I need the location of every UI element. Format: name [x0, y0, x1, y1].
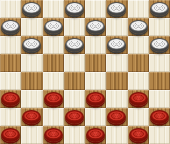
- square-r2c7[interactable]: [149, 36, 170, 54]
- square-r5c1[interactable]: [21, 90, 42, 108]
- square-r0c4[interactable]: [85, 0, 106, 18]
- square-r5c0[interactable]: [0, 90, 21, 108]
- square-r0c6[interactable]: [128, 0, 149, 18]
- square-r4c2[interactable]: [43, 72, 64, 90]
- square-r3c5[interactable]: [106, 54, 127, 72]
- square-r2c0[interactable]: [0, 36, 21, 54]
- red-piece[interactable]: [129, 92, 148, 106]
- white-piece[interactable]: [65, 2, 84, 16]
- square-r4c3[interactable]: [64, 72, 85, 90]
- red-piece[interactable]: [107, 110, 126, 124]
- square-r3c1[interactable]: [21, 54, 42, 72]
- square-r2c6[interactable]: [128, 36, 149, 54]
- white-piece[interactable]: [150, 2, 169, 16]
- square-r6c7[interactable]: [149, 108, 170, 126]
- square-r5c6[interactable]: [128, 90, 149, 108]
- square-r7c4[interactable]: [85, 126, 106, 144]
- red-piece[interactable]: [22, 110, 41, 124]
- square-r4c7[interactable]: [149, 72, 170, 90]
- square-r0c3[interactable]: [64, 0, 85, 18]
- square-r5c5[interactable]: [106, 90, 127, 108]
- square-r2c4[interactable]: [85, 36, 106, 54]
- square-r7c0[interactable]: [0, 126, 21, 144]
- square-r2c2[interactable]: [43, 36, 64, 54]
- white-piece[interactable]: [22, 2, 41, 16]
- red-piece[interactable]: [44, 128, 63, 142]
- red-piece[interactable]: [86, 128, 105, 142]
- square-r7c6[interactable]: [128, 126, 149, 144]
- red-piece[interactable]: [1, 92, 20, 106]
- square-r6c3[interactable]: [64, 108, 85, 126]
- square-r1c7[interactable]: [149, 18, 170, 36]
- white-piece[interactable]: [1, 20, 20, 34]
- square-r7c5[interactable]: [106, 126, 127, 144]
- square-r1c3[interactable]: [64, 18, 85, 36]
- square-r6c0[interactable]: [0, 108, 21, 126]
- square-r6c4[interactable]: [85, 108, 106, 126]
- square-r7c7[interactable]: [149, 126, 170, 144]
- square-r1c2[interactable]: [43, 18, 64, 36]
- square-r6c1[interactable]: [21, 108, 42, 126]
- red-piece[interactable]: [86, 92, 105, 106]
- square-r3c7[interactable]: [149, 54, 170, 72]
- white-piece[interactable]: [65, 38, 84, 52]
- square-r6c6[interactable]: [128, 108, 149, 126]
- square-r4c5[interactable]: [106, 72, 127, 90]
- square-r4c4[interactable]: [85, 72, 106, 90]
- square-r5c7[interactable]: [149, 90, 170, 108]
- red-piece[interactable]: [1, 128, 20, 142]
- white-piece[interactable]: [129, 20, 148, 34]
- square-r3c2[interactable]: [43, 54, 64, 72]
- square-r6c5[interactable]: [106, 108, 127, 126]
- checkers-board: [0, 0, 170, 144]
- white-piece[interactable]: [22, 38, 41, 52]
- square-r3c3[interactable]: [64, 54, 85, 72]
- white-piece[interactable]: [150, 38, 169, 52]
- square-r4c6[interactable]: [128, 72, 149, 90]
- square-r6c2[interactable]: [43, 108, 64, 126]
- square-r3c0[interactable]: [0, 54, 21, 72]
- red-piece[interactable]: [44, 92, 63, 106]
- red-piece[interactable]: [65, 110, 84, 124]
- square-r0c0[interactable]: [0, 0, 21, 18]
- square-r7c1[interactable]: [21, 126, 42, 144]
- white-piece[interactable]: [44, 20, 63, 34]
- red-piece[interactable]: [150, 110, 169, 124]
- square-r4c1[interactable]: [21, 72, 42, 90]
- white-piece[interactable]: [86, 20, 105, 34]
- square-r3c4[interactable]: [85, 54, 106, 72]
- square-r5c4[interactable]: [85, 90, 106, 108]
- white-piece[interactable]: [107, 2, 126, 16]
- square-r4c0[interactable]: [0, 72, 21, 90]
- square-r2c5[interactable]: [106, 36, 127, 54]
- square-r1c1[interactable]: [21, 18, 42, 36]
- square-r5c3[interactable]: [64, 90, 85, 108]
- square-r0c1[interactable]: [21, 0, 42, 18]
- square-r7c2[interactable]: [43, 126, 64, 144]
- square-r0c7[interactable]: [149, 0, 170, 18]
- square-r1c4[interactable]: [85, 18, 106, 36]
- square-r1c5[interactable]: [106, 18, 127, 36]
- square-r2c3[interactable]: [64, 36, 85, 54]
- square-r1c0[interactable]: [0, 18, 21, 36]
- square-r1c6[interactable]: [128, 18, 149, 36]
- square-r7c3[interactable]: [64, 126, 85, 144]
- square-r5c2[interactable]: [43, 90, 64, 108]
- red-piece[interactable]: [129, 128, 148, 142]
- square-r0c5[interactable]: [106, 0, 127, 18]
- square-r3c6[interactable]: [128, 54, 149, 72]
- square-r0c2[interactable]: [43, 0, 64, 18]
- square-r2c1[interactable]: [21, 36, 42, 54]
- white-piece[interactable]: [107, 38, 126, 52]
